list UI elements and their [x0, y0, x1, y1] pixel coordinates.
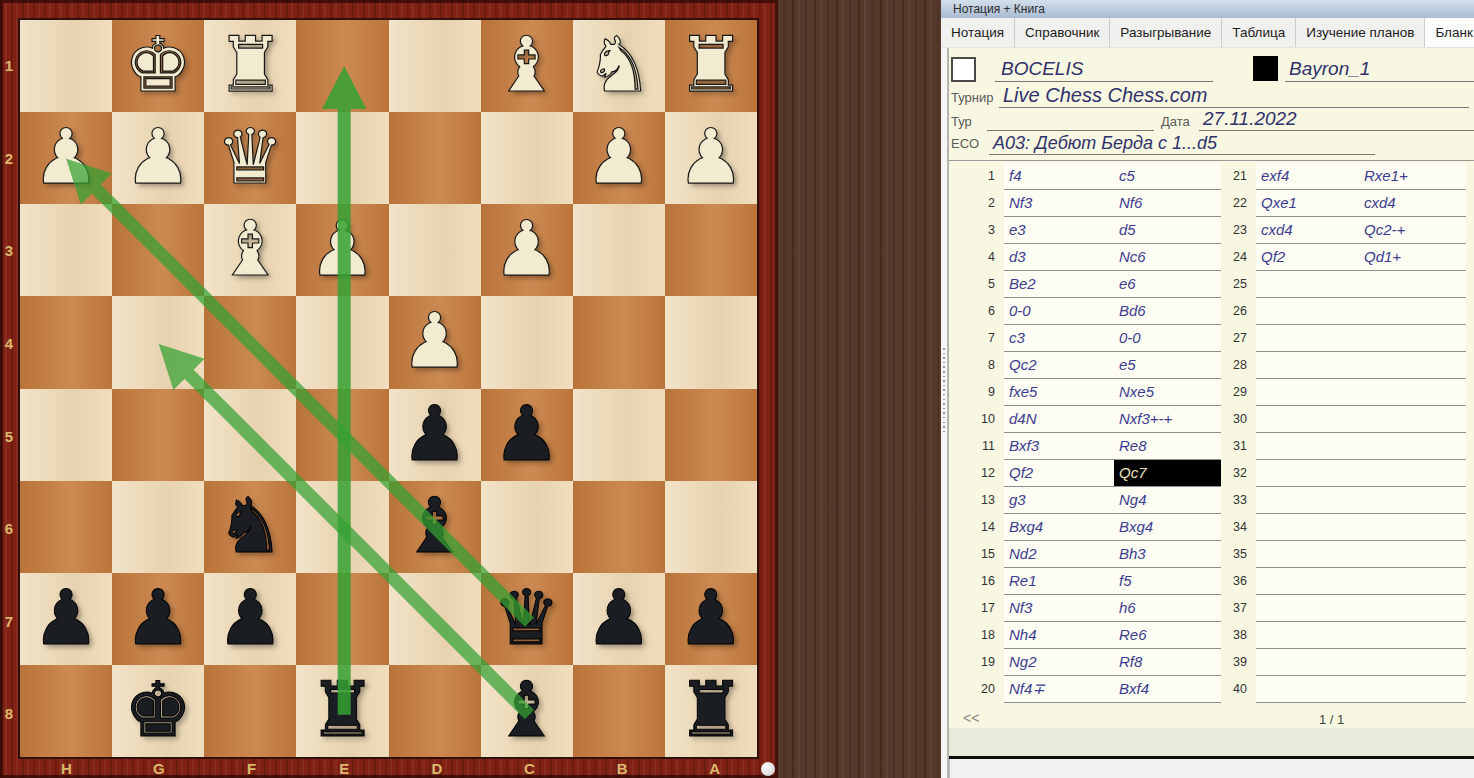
piece-black-p-a7[interactable]: ♟ — [665, 573, 757, 665]
square-e1[interactable] — [296, 20, 388, 112]
pane-splitter[interactable] — [941, 48, 948, 778]
piece-white-p-b2[interactable]: ♟ — [573, 112, 665, 204]
move-row-37: 37 — [1201, 595, 1471, 622]
move-row-18: 18Nh4Re6 — [949, 622, 1224, 649]
move-number-39: 39 — [1201, 649, 1253, 676]
date-value: 27.11.2022 — [1203, 108, 1297, 129]
move-row-32: 32 — [1201, 460, 1471, 487]
file-label-g: G — [113, 759, 206, 778]
move-cell-35w[interactable] — [1256, 541, 1359, 568]
move-number-12: 12 — [949, 460, 1001, 487]
move-number-28: 28 — [1201, 352, 1253, 379]
move-row-13: 13g3Ng4 — [949, 487, 1224, 514]
rank-label-1: 1 — [0, 20, 18, 113]
move-row-27: 27 — [1201, 325, 1471, 352]
move-cell-7w[interactable]: c3 — [1004, 325, 1114, 352]
eco-value: A03: Дебют Берда с 1...d5 — [993, 133, 1217, 153]
move-number-35: 35 — [1201, 541, 1253, 568]
square-d3[interactable] — [389, 204, 481, 296]
move-number-5: 5 — [949, 271, 1001, 298]
square-e2[interactable] — [296, 112, 388, 204]
move-row-11: 11Bxf3Re8 — [949, 433, 1224, 460]
piece-white-q-f2[interactable]: ♛ — [204, 112, 296, 204]
tab-4-таблица[interactable]: Таблица — [1222, 18, 1296, 47]
move-number-22: 22 — [1201, 190, 1253, 217]
move-number-7: 7 — [949, 325, 1001, 352]
black-player-field[interactable]: Bayron_1 — [1285, 56, 1474, 82]
move-cell-18w[interactable]: Nh4 — [1004, 622, 1114, 649]
move-number-37: 37 — [1201, 595, 1253, 622]
square-c5[interactable]: ♟ — [481, 389, 573, 481]
piece-black-k-g8[interactable]: ♚ — [112, 665, 204, 757]
white-color-icon — [951, 57, 976, 82]
move-number-13: 13 — [949, 487, 1001, 514]
square-d6[interactable]: ♝ — [389, 481, 481, 573]
white-player-field[interactable]: BOCELIS — [995, 56, 1213, 82]
square-c6[interactable] — [481, 481, 573, 573]
square-e5[interactable] — [296, 389, 388, 481]
move-cell-10w[interactable]: d4N — [1004, 406, 1114, 433]
move-cell-30w[interactable] — [1256, 406, 1359, 433]
move-number-17: 17 — [949, 595, 1001, 622]
piece-white-p-a2[interactable]: ♟ — [665, 112, 757, 204]
move-number-3: 3 — [949, 217, 1001, 244]
move-row-31: 31 — [1201, 433, 1471, 460]
piece-white-b-c1[interactable]: ♝ — [481, 20, 573, 112]
move-cell-34b[interactable] — [1359, 514, 1466, 541]
square-f8[interactable] — [204, 665, 296, 757]
move-row-20: 20Nf4∓Bxf4 — [949, 676, 1224, 703]
piece-black-r-a8[interactable]: ♜ — [665, 665, 757, 757]
square-g8[interactable]: ♚ — [112, 665, 204, 757]
move-number-36: 36 — [1201, 568, 1253, 595]
tab-5-изучение-планов[interactable]: Изучение планов — [1296, 18, 1425, 47]
scoresheet-back-button[interactable]: << — [963, 710, 979, 726]
piece-black-q-c7[interactable]: ♛ — [481, 573, 573, 665]
square-c8[interactable]: ♝ — [481, 665, 573, 757]
move-cell-36w[interactable] — [1256, 568, 1359, 595]
move-cell-38b[interactable] — [1359, 622, 1466, 649]
move-row-40: 40 — [1201, 676, 1471, 703]
square-a8[interactable]: ♜ — [665, 665, 757, 757]
round-label: Тур — [951, 114, 972, 129]
move-number-8: 8 — [949, 352, 1001, 379]
tournament-field[interactable]: Live Chess Chess.com — [999, 82, 1469, 108]
move-row-1: 1f4c5 — [949, 163, 1224, 190]
scoresheet-page-indicator: 1 / 1 — [1319, 712, 1344, 727]
move-cell-40w[interactable] — [1256, 676, 1359, 703]
square-h1[interactable] — [20, 20, 112, 112]
tournament-value: Live Chess Chess.com — [1003, 84, 1208, 106]
move-cell-29b[interactable] — [1359, 379, 1466, 406]
square-g3[interactable] — [112, 204, 204, 296]
move-cell-31b[interactable] — [1359, 433, 1466, 460]
move-cell-21w[interactable]: exf4 — [1256, 163, 1359, 190]
move-row-7: 7c30-0 — [949, 325, 1224, 352]
rank-label-3: 3 — [0, 205, 18, 298]
tournament-label: Турнир — [951, 90, 993, 105]
move-cell-28b[interactable] — [1359, 352, 1466, 379]
square-f5[interactable] — [204, 389, 296, 481]
move-cell-5w[interactable]: Be2 — [1004, 271, 1114, 298]
move-cell-20w[interactable]: Nf4∓ — [1004, 676, 1114, 703]
move-cell-38w[interactable] — [1256, 622, 1359, 649]
move-cell-37b[interactable] — [1359, 595, 1466, 622]
square-e3[interactable]: ♟ — [296, 204, 388, 296]
square-c2[interactable] — [481, 112, 573, 204]
move-row-5: 5Be2e6 — [949, 271, 1224, 298]
square-d7[interactable] — [389, 573, 481, 665]
rank-label-5: 5 — [0, 391, 18, 484]
panel-body: BOCELIS Bayron_1 Турнир Live Chess Chess… — [941, 48, 1474, 778]
file-label-a: A — [668, 759, 761, 778]
square-h3[interactable] — [20, 204, 112, 296]
move-row-21: 21exf4Rxe1+ — [1201, 163, 1471, 190]
move-cell-16w[interactable]: Re1 — [1004, 568, 1114, 595]
square-a5[interactable] — [665, 389, 757, 481]
piece-black-b-d6[interactable]: ♝ — [389, 481, 481, 573]
square-f6[interactable]: ♞ — [204, 481, 296, 573]
move-cell-24b[interactable]: Qd1+ — [1359, 244, 1466, 271]
move-row-3: 3e3d5 — [949, 217, 1224, 244]
move-cell-11w[interactable]: Bxf3 — [1004, 433, 1114, 460]
square-a4[interactable] — [665, 296, 757, 388]
notation-panel: Нотация + Книга НотацияСправочникРазыгры… — [941, 0, 1474, 778]
square-h6[interactable] — [20, 481, 112, 573]
square-f7[interactable]: ♟ — [204, 573, 296, 665]
move-number-30: 30 — [1201, 406, 1253, 433]
square-a3[interactable] — [665, 204, 757, 296]
move-row-2: 2Nf3Nf6 — [949, 190, 1224, 217]
square-h5[interactable] — [20, 389, 112, 481]
move-number-6: 6 — [949, 298, 1001, 325]
move-cell-27w[interactable] — [1256, 325, 1359, 352]
move-cell-33w[interactable] — [1256, 487, 1359, 514]
piece-white-p-g2[interactable]: ♟ — [112, 112, 204, 204]
piece-white-p-c3[interactable]: ♟ — [481, 204, 573, 296]
move-row-10: 10d4NNxf3+-+ — [949, 406, 1224, 433]
move-cell-15w[interactable]: Nd2 — [1004, 541, 1114, 568]
move-cell-36b[interactable] — [1359, 568, 1466, 595]
tab-2-справочник[interactable]: Справочник — [1015, 18, 1110, 47]
move-row-8: 8Qc2e5 — [949, 352, 1224, 379]
move-cell-27b[interactable] — [1359, 325, 1466, 352]
move-number-29: 29 — [1201, 379, 1253, 406]
move-cell-12w[interactable]: Qf2 — [1004, 460, 1114, 487]
move-row-34: 34 — [1201, 514, 1471, 541]
piece-white-k-g1[interactable]: ♚ — [112, 20, 204, 112]
splitter-grip-icon — [943, 348, 945, 432]
square-g1[interactable]: ♚ — [112, 20, 204, 112]
move-number-24: 24 — [1201, 244, 1253, 271]
move-cell-24w[interactable]: Qf2 — [1256, 244, 1359, 271]
move-number-32: 32 — [1201, 460, 1253, 487]
square-d4[interactable]: ♟ — [389, 296, 481, 388]
square-g2[interactable]: ♟ — [112, 112, 204, 204]
round-field[interactable] — [987, 107, 1154, 131]
tab-6-бланк[interactable]: Бланк — [1425, 18, 1474, 47]
date-label: Дата — [1161, 114, 1190, 129]
move-cell-39b[interactable] — [1359, 649, 1466, 676]
square-e6[interactable] — [296, 481, 388, 573]
next-pane-edge — [949, 759, 1474, 778]
move-number-18: 18 — [949, 622, 1001, 649]
move-cell-1w[interactable]: f4 — [1004, 163, 1114, 190]
move-cell-13w[interactable]: g3 — [1004, 487, 1114, 514]
move-cell-23b[interactable]: Qc2-+ — [1359, 217, 1466, 244]
move-row-4: 4d3Nc6 — [949, 244, 1224, 271]
move-row-9: 9fxe5Nxe5 — [949, 379, 1224, 406]
move-row-16: 16Re1f5 — [949, 568, 1224, 595]
square-h4[interactable] — [20, 296, 112, 388]
move-row-12: 12Qf2Qc7 — [949, 460, 1224, 487]
piece-black-p-h7[interactable]: ♟ — [20, 573, 112, 665]
move-cell-29w[interactable] — [1256, 379, 1359, 406]
move-number-1: 1 — [949, 163, 1001, 190]
square-d1[interactable] — [389, 20, 481, 112]
move-cell-4w[interactable]: d3 — [1004, 244, 1114, 271]
board-squares: ♚♜♝♞♜♟♟♛♟♟♝♟♟♟♟♟♞♝♟♟♟♛♟♟♚♜♝♜ — [18, 18, 759, 759]
rank-label-7: 7 — [0, 576, 18, 669]
move-number-25: 25 — [1201, 271, 1253, 298]
move-number-16: 16 — [949, 568, 1001, 595]
move-number-15: 15 — [949, 541, 1001, 568]
pane-titlebar: Нотация + Книга — [941, 0, 1474, 18]
piece-white-r-a1[interactable]: ♜ — [665, 20, 757, 112]
square-e8[interactable]: ♜ — [296, 665, 388, 757]
piece-black-p-d5[interactable]: ♟ — [389, 389, 481, 481]
move-cell-14w[interactable]: Bxg4 — [1004, 514, 1114, 541]
move-row-30: 30 — [1201, 406, 1471, 433]
piece-black-n-f6[interactable]: ♞ — [204, 481, 296, 573]
move-row-29: 29 — [1201, 379, 1471, 406]
app-window: ♚♜♝♞♜♟♟♛♟♟♝♟♟♟♟♟♞♝♟♟♟♛♟♟♚♜♝♜ 12345678 HG… — [0, 0, 1474, 778]
square-h7[interactable]: ♟ — [20, 573, 112, 665]
move-row-6: 60-0Bd6 — [949, 298, 1224, 325]
move-number-34: 34 — [1201, 514, 1253, 541]
rank-label-6: 6 — [0, 483, 18, 576]
rank-label-8: 8 — [0, 668, 18, 761]
move-row-26: 26 — [1201, 298, 1471, 325]
move-row-36: 36 — [1201, 568, 1471, 595]
square-d8[interactable] — [389, 665, 481, 757]
piece-white-n-b1[interactable]: ♞ — [573, 20, 665, 112]
square-e7[interactable] — [296, 573, 388, 665]
move-number-38: 38 — [1201, 622, 1253, 649]
move-row-17: 17Nf3h6 — [949, 595, 1224, 622]
move-number-9: 9 — [949, 379, 1001, 406]
square-a7[interactable]: ♟ — [665, 573, 757, 665]
move-row-15: 15Nd2Bh3 — [949, 541, 1224, 568]
move-row-33: 33 — [1201, 487, 1471, 514]
move-cell-35b[interactable] — [1359, 541, 1466, 568]
moves-column-2: 21exf4Rxe1+22Qxe1cxd423cxd4Qc2-+24Qf2Qd1… — [1201, 163, 1471, 703]
square-d5[interactable]: ♟ — [389, 389, 481, 481]
move-row-23: 23cxd4Qc2-+ — [1201, 217, 1471, 244]
piece-white-p-h2[interactable]: ♟ — [20, 112, 112, 204]
move-cell-22w[interactable]: Qxe1 — [1256, 190, 1359, 217]
square-a1[interactable]: ♜ — [665, 20, 757, 112]
move-row-25: 25 — [1201, 271, 1471, 298]
move-row-22: 22Qxe1cxd4 — [1201, 190, 1471, 217]
piece-black-p-b7[interactable]: ♟ — [573, 573, 665, 665]
move-cell-28w[interactable] — [1256, 352, 1359, 379]
square-g5[interactable] — [112, 389, 204, 481]
piece-black-p-c5[interactable]: ♟ — [481, 389, 573, 481]
piece-white-b-f3[interactable]: ♝ — [204, 204, 296, 296]
white-player-name: BOCELIS — [1001, 58, 1083, 79]
square-f3[interactable]: ♝ — [204, 204, 296, 296]
square-g7[interactable]: ♟ — [112, 573, 204, 665]
move-cell-30b[interactable] — [1359, 406, 1466, 433]
tab-strip: НотацияСправочникРазыгрываниеТаблицаИзуч… — [941, 18, 1474, 48]
move-cell-32b[interactable] — [1359, 460, 1466, 487]
move-cell-23w[interactable]: cxd4 — [1256, 217, 1359, 244]
move-row-19: 19Ng2Rf8 — [949, 649, 1224, 676]
square-b2[interactable]: ♟ — [573, 112, 665, 204]
scoresheet: BOCELIS Bayron_1 Турнир Live Chess Chess… — [948, 48, 1474, 778]
black-color-icon — [1253, 56, 1278, 81]
move-cell-6w[interactable]: 0-0 — [1004, 298, 1114, 325]
move-cell-22b[interactable]: cxd4 — [1359, 190, 1466, 217]
piece-black-r-e8[interactable]: ♜ — [296, 665, 388, 757]
square-b4[interactable] — [573, 296, 665, 388]
chess-board: ♚♜♝♞♜♟♟♛♟♟♝♟♟♟♟♟♞♝♟♟♟♛♟♟♚♜♝♜ 12345678 HG… — [0, 0, 778, 778]
move-number-2: 2 — [949, 190, 1001, 217]
move-cell-21b[interactable]: Rxe1+ — [1359, 163, 1466, 190]
move-number-10: 10 — [949, 406, 1001, 433]
file-label-h: H — [20, 759, 113, 778]
square-f1[interactable]: ♜ — [204, 20, 296, 112]
move-cell-2w[interactable]: Nf3 — [1004, 190, 1114, 217]
move-cell-25w[interactable] — [1256, 271, 1359, 298]
move-cell-34w[interactable] — [1256, 514, 1359, 541]
move-cell-8w[interactable]: Qc2 — [1004, 352, 1114, 379]
square-b3[interactable] — [573, 204, 665, 296]
square-b7[interactable]: ♟ — [573, 573, 665, 665]
move-cell-3w[interactable]: e3 — [1004, 217, 1114, 244]
square-g6[interactable] — [112, 481, 204, 573]
move-cell-32w[interactable] — [1256, 460, 1359, 487]
date-field[interactable]: 27.11.2022 — [1199, 107, 1474, 131]
move-number-23: 23 — [1201, 217, 1253, 244]
tab-1-нотация[interactable]: Нотация — [941, 18, 1015, 47]
scoresheet-footer-band — [949, 728, 1474, 756]
square-g4[interactable] — [112, 296, 204, 388]
white-to-move-indicator — [761, 762, 775, 776]
move-number-19: 19 — [949, 649, 1001, 676]
tab-3-разыгрывание[interactable]: Разыгрывание — [1110, 18, 1222, 47]
eco-field[interactable]: A03: Дебют Берда с 1...d5 — [989, 131, 1375, 155]
piece-white-p-e3[interactable]: ♟ — [296, 204, 388, 296]
move-number-33: 33 — [1201, 487, 1253, 514]
file-label-d: D — [391, 759, 484, 778]
square-c4[interactable] — [481, 296, 573, 388]
square-e4[interactable] — [296, 296, 388, 388]
move-number-31: 31 — [1201, 433, 1253, 460]
move-cell-31w[interactable] — [1256, 433, 1359, 460]
move-cell-9w[interactable]: fxe5 — [1004, 379, 1114, 406]
move-cell-33b[interactable] — [1359, 487, 1466, 514]
square-b1[interactable]: ♞ — [573, 20, 665, 112]
move-number-26: 26 — [1201, 298, 1253, 325]
move-row-14: 14Bxg4Bxg4 — [949, 514, 1224, 541]
move-cell-26b[interactable] — [1359, 298, 1466, 325]
file-label-c: C — [483, 759, 576, 778]
move-cell-40b[interactable] — [1359, 676, 1466, 703]
piece-white-r-f1[interactable]: ♜ — [204, 20, 296, 112]
move-number-20: 20 — [949, 676, 1001, 703]
header-separator — [949, 160, 1474, 161]
move-row-39: 39 — [1201, 649, 1471, 676]
move-row-28: 28 — [1201, 352, 1471, 379]
piece-black-p-g7[interactable]: ♟ — [112, 573, 204, 665]
square-c3[interactable]: ♟ — [481, 204, 573, 296]
black-player-name: Bayron_1 — [1289, 58, 1370, 79]
square-b8[interactable] — [573, 665, 665, 757]
move-cell-37w[interactable] — [1256, 595, 1359, 622]
move-number-4: 4 — [949, 244, 1001, 271]
square-b5[interactable] — [573, 389, 665, 481]
square-a6[interactable] — [665, 481, 757, 573]
file-label-e: E — [298, 759, 391, 778]
moves-column-1: 1f4c52Nf3Nf63e3d54d3Nc65Be2e660-0Bd67c30… — [949, 163, 1224, 703]
square-a2[interactable]: ♟ — [665, 112, 757, 204]
move-number-21: 21 — [1201, 163, 1253, 190]
move-number-11: 11 — [949, 433, 1001, 460]
square-f4[interactable] — [204, 296, 296, 388]
move-cell-39w[interactable] — [1256, 649, 1359, 676]
square-c7[interactable]: ♛ — [481, 573, 573, 665]
move-number-14: 14 — [949, 514, 1001, 541]
move-cell-19w[interactable]: Ng2 — [1004, 649, 1114, 676]
move-cell-17w[interactable]: Nf3 — [1004, 595, 1114, 622]
square-d2[interactable] — [389, 112, 481, 204]
square-f2[interactable]: ♛ — [204, 112, 296, 204]
pane-title: Нотация + Книга — [953, 2, 1045, 16]
rank-label-4: 4 — [0, 298, 18, 391]
move-number-40: 40 — [1201, 676, 1253, 703]
piece-white-p-d4[interactable]: ♟ — [389, 296, 481, 388]
square-c1[interactable]: ♝ — [481, 20, 573, 112]
square-h8[interactable] — [20, 665, 112, 757]
piece-black-b-c8[interactable]: ♝ — [481, 665, 573, 757]
piece-black-p-f7[interactable]: ♟ — [204, 573, 296, 665]
file-label-b: B — [576, 759, 669, 778]
move-cell-25b[interactable] — [1359, 271, 1466, 298]
square-h2[interactable]: ♟ — [20, 112, 112, 204]
square-b6[interactable] — [573, 481, 665, 573]
eco-label: ECO — [951, 136, 979, 151]
file-label-f: F — [205, 759, 298, 778]
move-number-27: 27 — [1201, 325, 1253, 352]
move-row-24: 24Qf2Qd1+ — [1201, 244, 1471, 271]
move-row-38: 38 — [1201, 622, 1471, 649]
move-cell-26w[interactable] — [1256, 298, 1359, 325]
move-row-35: 35 — [1201, 541, 1471, 568]
rank-label-2: 2 — [0, 113, 18, 206]
